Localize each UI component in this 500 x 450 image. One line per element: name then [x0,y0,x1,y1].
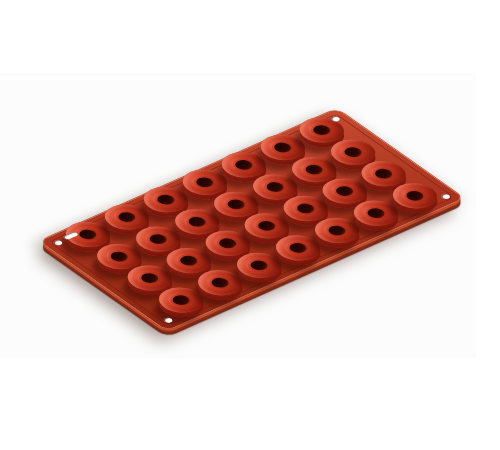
cavity-hole [193,176,217,190]
cavity-hole [333,184,357,198]
cavity-hole [255,219,279,233]
cavity-hole [341,145,365,159]
cavity-hole [247,258,271,272]
cavity-hole [177,254,201,268]
cavity-hole [294,202,318,216]
cavity-hole [115,210,139,224]
cavity-hole [310,123,334,137]
cavity-hole [286,241,310,255]
cavity-hole [216,237,240,251]
cavity-hole [185,215,209,229]
cavity-hole [154,193,178,207]
photo-stage [0,0,500,450]
cavity-hole [325,224,349,238]
cavity-hole [138,271,162,285]
cavity-hole [76,228,100,242]
cavity-hole [146,232,170,246]
cavity-hole [302,163,326,177]
cavity-hole [208,276,232,290]
cavity-hole [107,250,131,264]
cavity-hole [372,167,396,181]
cavity-hole [232,158,256,172]
cavity-hole [169,293,193,307]
cavity-hole [403,189,427,203]
cavity-hole [271,141,295,155]
cavity-hole [224,197,248,211]
cavity-hole [364,206,388,220]
cavity-hole [263,180,287,194]
